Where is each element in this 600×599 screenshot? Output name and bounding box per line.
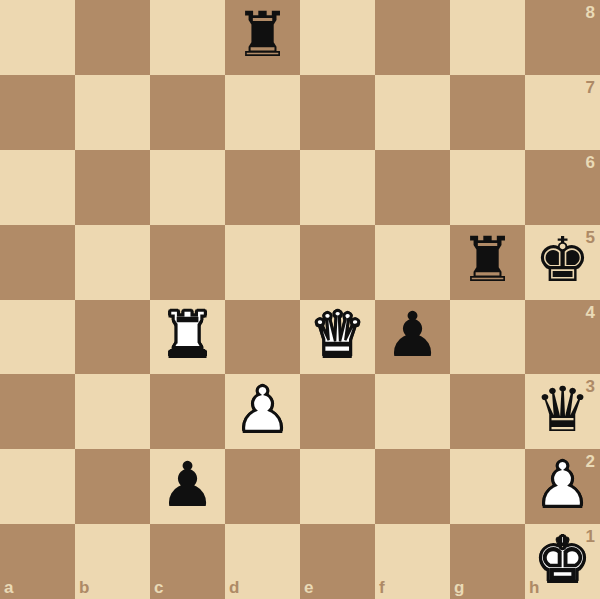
square-f1[interactable]: f xyxy=(375,524,450,599)
square-b5[interactable] xyxy=(75,225,150,300)
file-label-g: g xyxy=(454,579,464,596)
square-f2[interactable] xyxy=(375,449,450,524)
square-b4[interactable] xyxy=(75,300,150,375)
square-c6[interactable] xyxy=(150,150,225,225)
white-pawn[interactable]: ♟ xyxy=(235,379,291,441)
square-d8[interactable]: ♜ xyxy=(225,0,300,75)
square-b1[interactable]: b xyxy=(75,524,150,599)
square-g1[interactable]: g xyxy=(450,524,525,599)
square-d5[interactable] xyxy=(225,225,300,300)
square-f5[interactable] xyxy=(375,225,450,300)
square-c7[interactable] xyxy=(150,75,225,150)
file-label-f: f xyxy=(379,579,385,596)
white-king[interactable]: ♚ xyxy=(535,529,591,591)
file-label-a: a xyxy=(4,579,13,596)
square-g5[interactable]: ♜ xyxy=(450,225,525,300)
square-c3[interactable] xyxy=(150,374,225,449)
square-d7[interactable] xyxy=(225,75,300,150)
white-rook[interactable]: ♜ xyxy=(160,304,216,366)
square-f6[interactable] xyxy=(375,150,450,225)
square-d1[interactable]: d xyxy=(225,524,300,599)
square-e3[interactable] xyxy=(300,374,375,449)
square-e6[interactable] xyxy=(300,150,375,225)
file-label-c: c xyxy=(154,579,163,596)
square-e2[interactable] xyxy=(300,449,375,524)
square-e7[interactable] xyxy=(300,75,375,150)
white-pawn[interactable]: ♟ xyxy=(535,454,591,516)
square-d2[interactable] xyxy=(225,449,300,524)
square-a4[interactable] xyxy=(0,300,75,375)
square-h3[interactable]: 3♛ xyxy=(525,374,600,449)
square-a7[interactable] xyxy=(0,75,75,150)
black-rook[interactable]: ♜ xyxy=(235,4,291,66)
square-a8[interactable] xyxy=(0,0,75,75)
square-c2[interactable]: ♟ xyxy=(150,449,225,524)
square-g2[interactable] xyxy=(450,449,525,524)
square-c4[interactable]: ♜ xyxy=(150,300,225,375)
square-e1[interactable]: e xyxy=(300,524,375,599)
square-a1[interactable]: a xyxy=(0,524,75,599)
square-c5[interactable] xyxy=(150,225,225,300)
square-a6[interactable] xyxy=(0,150,75,225)
square-h4[interactable]: 4 xyxy=(525,300,600,375)
square-f7[interactable] xyxy=(375,75,450,150)
black-pawn[interactable]: ♟ xyxy=(160,454,216,516)
black-rook[interactable]: ♜ xyxy=(460,229,516,291)
square-f4[interactable]: ♟ xyxy=(375,300,450,375)
square-b2[interactable] xyxy=(75,449,150,524)
square-b8[interactable] xyxy=(75,0,150,75)
black-king[interactable]: ♚ xyxy=(535,229,591,291)
square-h5[interactable]: 5♚ xyxy=(525,225,600,300)
square-d4[interactable] xyxy=(225,300,300,375)
square-d6[interactable] xyxy=(225,150,300,225)
square-h1[interactable]: 1h♚ xyxy=(525,524,600,599)
square-b6[interactable] xyxy=(75,150,150,225)
square-f8[interactable] xyxy=(375,0,450,75)
square-c8[interactable] xyxy=(150,0,225,75)
rank-label-6: 6 xyxy=(586,154,595,171)
square-g4[interactable] xyxy=(450,300,525,375)
square-c1[interactable]: c xyxy=(150,524,225,599)
white-queen[interactable]: ♛ xyxy=(310,304,366,366)
square-e8[interactable] xyxy=(300,0,375,75)
square-a3[interactable] xyxy=(0,374,75,449)
square-e4[interactable]: ♛ xyxy=(300,300,375,375)
square-g3[interactable] xyxy=(450,374,525,449)
rank-label-8: 8 xyxy=(586,4,595,21)
rank-label-7: 7 xyxy=(586,79,595,96)
square-h7[interactable]: 7 xyxy=(525,75,600,150)
chess-board: ♜876♜5♚♜♛♟4♟3♛♟2♟abcdefg1h♚ xyxy=(0,0,600,599)
file-label-e: e xyxy=(304,579,313,596)
square-b7[interactable] xyxy=(75,75,150,150)
square-g6[interactable] xyxy=(450,150,525,225)
square-h6[interactable]: 6 xyxy=(525,150,600,225)
file-label-d: d xyxy=(229,579,239,596)
square-g8[interactable] xyxy=(450,0,525,75)
square-b3[interactable] xyxy=(75,374,150,449)
square-f3[interactable] xyxy=(375,374,450,449)
square-a5[interactable] xyxy=(0,225,75,300)
square-g7[interactable] xyxy=(450,75,525,150)
black-pawn[interactable]: ♟ xyxy=(385,304,441,366)
square-d3[interactable]: ♟ xyxy=(225,374,300,449)
square-a2[interactable] xyxy=(0,449,75,524)
square-h8[interactable]: 8 xyxy=(525,0,600,75)
black-queen[interactable]: ♛ xyxy=(535,379,591,441)
square-e5[interactable] xyxy=(300,225,375,300)
rank-label-4: 4 xyxy=(586,304,595,321)
file-label-b: b xyxy=(79,579,89,596)
square-h2[interactable]: 2♟ xyxy=(525,449,600,524)
